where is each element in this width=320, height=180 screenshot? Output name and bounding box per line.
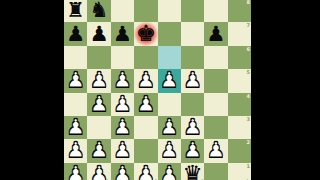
piece-white-pawn[interactable]: ♟: [66, 140, 85, 161]
piece-black-pawn[interactable]: ♟: [90, 24, 109, 45]
square-f1[interactable]: ♛f: [181, 163, 204, 180]
square-c6[interactable]: [111, 46, 134, 69]
piece-black-pawn[interactable]: ♟: [66, 24, 85, 45]
piece-black-rook[interactable]: ♜: [66, 0, 85, 21]
square-a6[interactable]: [64, 46, 87, 69]
piece-white-pawn[interactable]: ♟: [90, 94, 109, 115]
rank-label-5: 5: [247, 70, 250, 75]
square-e1[interactable]: ♟e: [158, 163, 181, 180]
file-label-g: g: [223, 179, 227, 180]
piece-white-pawn[interactable]: ♟: [66, 117, 85, 138]
square-e5[interactable]: ♟: [158, 69, 181, 92]
square-h3[interactable]: 3: [228, 116, 251, 139]
square-a8[interactable]: ♜: [64, 0, 87, 22]
square-f5[interactable]: ♟: [181, 69, 204, 92]
piece-black-queen[interactable]: ♛: [183, 163, 203, 180]
file-label-h: h: [246, 179, 250, 180]
piece-white-pawn[interactable]: ♟: [160, 140, 179, 161]
square-f2[interactable]: ♟: [181, 139, 204, 162]
square-g4[interactable]: [204, 93, 227, 116]
piece-black-king[interactable]: ♚: [136, 23, 156, 45]
square-g6[interactable]: [204, 46, 227, 69]
square-a1[interactable]: ♟a: [64, 163, 87, 180]
piece-white-pawn[interactable]: ♟: [136, 70, 155, 91]
piece-white-pawn[interactable]: ♟: [113, 94, 132, 115]
piece-white-pawn[interactable]: ♟: [113, 164, 132, 180]
square-f8[interactable]: [181, 0, 204, 22]
piece-white-pawn[interactable]: ♟: [207, 140, 226, 161]
square-h7[interactable]: 7: [228, 22, 251, 45]
piece-white-pawn[interactable]: ♟: [113, 70, 132, 91]
video-frame: ♜♞8♟♟♟♚♟76♟♟♟♟♟♟5♟♟♟4♟♟♟♟3♟♟♟♟♟♟2♟a♟b♟c♟…: [0, 0, 320, 180]
square-f3[interactable]: ♟: [181, 116, 204, 139]
square-c5[interactable]: ♟: [111, 69, 134, 92]
square-g3[interactable]: [204, 116, 227, 139]
square-f7[interactable]: [181, 22, 204, 45]
square-b4[interactable]: ♟: [87, 93, 110, 116]
square-c7[interactable]: ♟: [111, 22, 134, 45]
rank-label-2: 2: [247, 140, 250, 145]
square-a2[interactable]: ♟: [64, 139, 87, 162]
square-h8[interactable]: 8: [228, 0, 251, 22]
piece-white-pawn[interactable]: ♟: [66, 164, 85, 180]
square-b6[interactable]: [87, 46, 110, 69]
rank-label-6: 6: [247, 47, 250, 52]
piece-white-pawn[interactable]: ♟: [183, 117, 202, 138]
square-h4[interactable]: 4: [228, 93, 251, 116]
square-e6[interactable]: [158, 46, 181, 69]
square-d1[interactable]: ♟d: [134, 163, 157, 180]
square-c1[interactable]: ♟c: [111, 163, 134, 180]
piece-white-pawn[interactable]: ♟: [90, 70, 109, 91]
square-b7[interactable]: ♟: [87, 22, 110, 45]
rank-label-8: 8: [247, 0, 250, 5]
piece-white-pawn[interactable]: ♟: [160, 70, 179, 91]
piece-white-pawn[interactable]: ♟: [113, 140, 132, 161]
piece-black-pawn[interactable]: ♟: [113, 24, 132, 45]
square-f4[interactable]: [181, 93, 204, 116]
piece-white-pawn[interactable]: ♟: [90, 140, 109, 161]
square-g5[interactable]: [204, 69, 227, 92]
square-h6[interactable]: 6: [228, 46, 251, 69]
square-d4[interactable]: ♟: [134, 93, 157, 116]
square-g7[interactable]: ♟: [204, 22, 227, 45]
square-a7[interactable]: ♟: [64, 22, 87, 45]
square-d2[interactable]: [134, 139, 157, 162]
square-g2[interactable]: ♟: [204, 139, 227, 162]
square-a5[interactable]: ♟: [64, 69, 87, 92]
square-e2[interactable]: ♟: [158, 139, 181, 162]
square-e3[interactable]: ♟: [158, 116, 181, 139]
square-b8[interactable]: ♞: [87, 0, 110, 22]
piece-white-pawn[interactable]: ♟: [160, 117, 179, 138]
square-d6[interactable]: [134, 46, 157, 69]
letterbox-right: [251, 0, 320, 180]
square-b1[interactable]: ♟b: [87, 163, 110, 180]
piece-white-pawn[interactable]: ♟: [136, 94, 155, 115]
square-h1[interactable]: 1h: [228, 163, 251, 180]
square-c2[interactable]: ♟: [111, 139, 134, 162]
square-d3[interactable]: [134, 116, 157, 139]
square-d7[interactable]: ♚: [134, 22, 157, 45]
piece-white-pawn[interactable]: ♟: [66, 70, 85, 91]
rank-label-3: 3: [247, 117, 250, 122]
piece-white-pawn[interactable]: ♟: [160, 164, 179, 180]
square-e7[interactable]: [158, 22, 181, 45]
square-h2[interactable]: 2: [228, 139, 251, 162]
rank-label-4: 4: [247, 94, 250, 99]
piece-white-pawn[interactable]: ♟: [183, 140, 202, 161]
square-e4[interactable]: [158, 93, 181, 116]
piece-white-pawn[interactable]: ♟: [90, 164, 109, 180]
chess-board[interactable]: ♜♞8♟♟♟♚♟76♟♟♟♟♟♟5♟♟♟4♟♟♟♟3♟♟♟♟♟♟2♟a♟b♟c♟…: [64, 0, 251, 180]
piece-black-pawn[interactable]: ♟: [207, 24, 226, 45]
letterbox-left: [0, 0, 64, 180]
square-a3[interactable]: ♟: [64, 116, 87, 139]
square-a4[interactable]: [64, 93, 87, 116]
piece-black-knight[interactable]: ♞: [90, 0, 109, 21]
square-d8[interactable]: [134, 0, 157, 22]
rank-label-1: 1: [247, 164, 250, 169]
square-b3[interactable]: [87, 116, 110, 139]
square-e8[interactable]: [158, 0, 181, 22]
square-d5[interactable]: ♟: [134, 69, 157, 92]
square-b5[interactable]: ♟: [87, 69, 110, 92]
square-f6[interactable]: [181, 46, 204, 69]
piece-white-pawn[interactable]: ♟: [113, 117, 132, 138]
square-g8[interactable]: [204, 0, 227, 22]
piece-white-pawn[interactable]: ♟: [136, 164, 155, 180]
square-c8[interactable]: [111, 0, 134, 22]
square-c3[interactable]: ♟: [111, 116, 134, 139]
square-c4[interactable]: ♟: [111, 93, 134, 116]
piece-white-pawn[interactable]: ♟: [183, 70, 202, 91]
square-g1[interactable]: g: [204, 163, 227, 180]
square-b2[interactable]: ♟: [87, 139, 110, 162]
rank-label-7: 7: [247, 23, 250, 28]
square-h5[interactable]: 5: [228, 69, 251, 92]
